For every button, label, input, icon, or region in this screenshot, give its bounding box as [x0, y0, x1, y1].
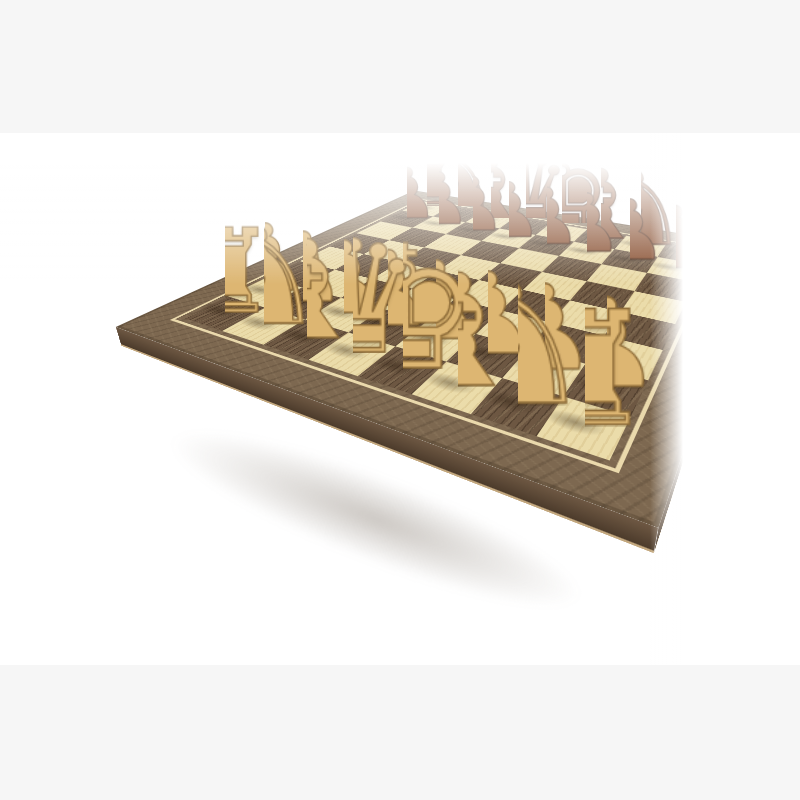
square-h1: ♜: [537, 397, 631, 461]
page-top-band: [0, 0, 800, 133]
white-rook-glyph: ♜: [585, 266, 727, 425]
product-page: ♜♞♝♛♚♝♞♜♟♟♟♟♟♟♟♟♟♟♟♟♟♟♟♟♜♞♝♛♚♝♞♜: [0, 0, 800, 800]
page-bottom-band: [0, 665, 800, 800]
black-pawn-glyph: ♟: [676, 184, 752, 269]
chess-set-photo: ♜♞♝♛♚♝♞♜♟♟♟♟♟♟♟♟♟♟♟♟♟♟♟♟♜♞♝♛♚♝♞♜: [0, 133, 800, 665]
